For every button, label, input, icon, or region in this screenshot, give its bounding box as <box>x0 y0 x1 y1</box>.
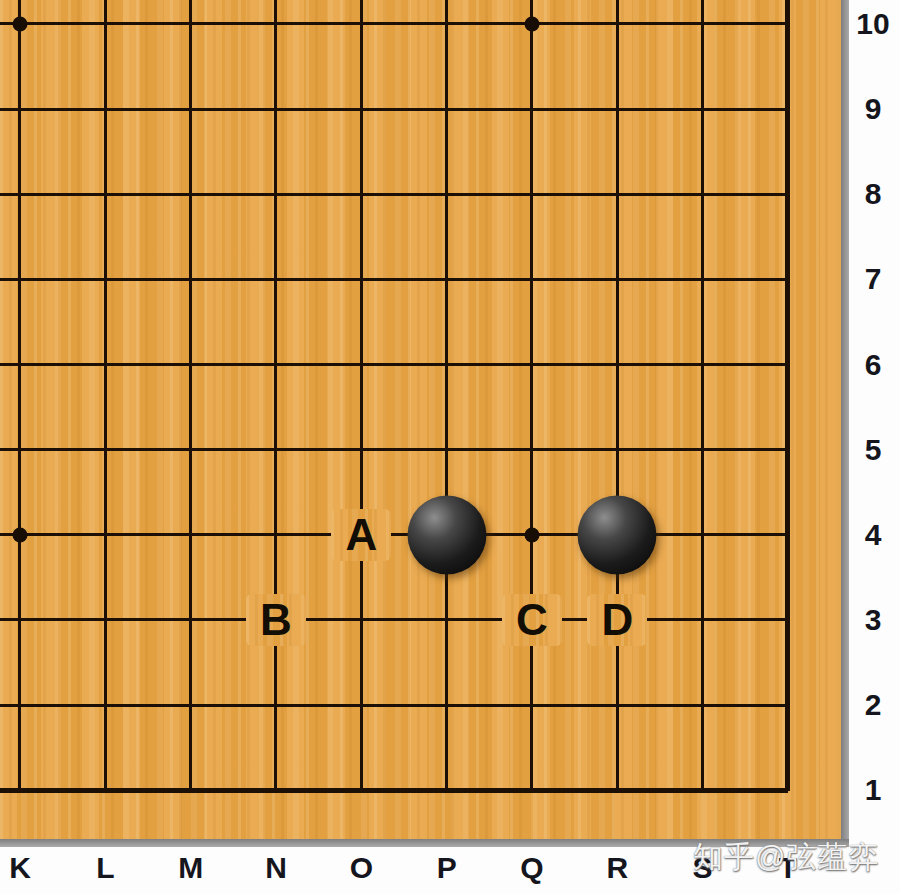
grid-line-vertical <box>785 0 790 69</box>
grid-line-horizontal <box>0 533 65 536</box>
grid-line-vertical <box>701 575 704 664</box>
grid-line-vertical <box>104 661 107 750</box>
intersection-O8 <box>319 152 404 237</box>
grid-line-vertical <box>360 746 363 791</box>
point-label-D: D <box>587 594 647 646</box>
grid-line-vertical <box>104 0 107 69</box>
grid-line-vertical <box>274 746 277 791</box>
grid-line-vertical <box>189 575 192 664</box>
star-point-K4 <box>12 527 27 542</box>
grid-line-horizontal <box>0 788 65 793</box>
grid-line-vertical <box>18 0 21 69</box>
grid-line-horizontal <box>743 193 788 196</box>
intersection-N10 <box>233 0 318 67</box>
intersection-K6 <box>0 322 63 407</box>
grid-line-vertical <box>104 320 107 409</box>
intersection-R4 <box>575 492 660 577</box>
intersection-L7 <box>63 237 148 322</box>
intersection-K1 <box>0 748 63 833</box>
intersection-P6 <box>404 322 489 407</box>
intersection-T6 <box>745 322 830 407</box>
grid-line-vertical <box>785 150 790 239</box>
grid-line-vertical <box>189 661 192 750</box>
grid-line-horizontal <box>743 788 788 793</box>
intersection-N5 <box>233 407 318 492</box>
grid-line-horizontal <box>0 108 65 111</box>
grid-line-horizontal <box>0 704 65 707</box>
point-label-C: C <box>502 594 562 646</box>
grid-line-horizontal <box>743 108 788 111</box>
grid-line-vertical <box>445 575 448 664</box>
grid-line-vertical <box>785 405 790 494</box>
grid-line-vertical <box>360 405 363 494</box>
grid-line-vertical <box>360 65 363 154</box>
intersection-R2 <box>575 663 660 748</box>
intersection-S5 <box>660 407 745 492</box>
grid-line-vertical <box>360 320 363 409</box>
grid-line-vertical <box>189 746 192 791</box>
grid-line-vertical <box>530 746 533 791</box>
grid-line-vertical <box>530 661 533 750</box>
grid-line-vertical <box>18 405 21 494</box>
grid-line-vertical <box>785 65 790 154</box>
grid-line-vertical <box>274 150 277 239</box>
grid-line-vertical <box>189 0 192 69</box>
intersection-K3 <box>0 577 63 662</box>
grid-line-vertical <box>189 65 192 154</box>
grid-line-horizontal <box>0 22 65 25</box>
intersection-K5 <box>0 407 63 492</box>
board-edge-right <box>841 0 849 847</box>
watermark: 知乎@弦蕴弈 <box>693 837 879 878</box>
grid-line-vertical <box>104 575 107 664</box>
coord-row-4: 4 <box>850 515 896 555</box>
intersection-O1 <box>319 748 404 833</box>
intersection-Q9 <box>489 67 574 152</box>
grid-line-vertical <box>445 65 448 154</box>
star-point-Q10 <box>524 16 539 31</box>
intersection-M3 <box>148 577 233 662</box>
grid-line-vertical <box>785 661 790 750</box>
point-label-B: B <box>246 594 306 646</box>
coord-col-R: R <box>595 851 639 885</box>
intersection-S4 <box>660 492 745 577</box>
intersection-R3: D <box>575 577 660 662</box>
intersection-Q3: C <box>489 577 574 662</box>
grid-line-vertical <box>104 746 107 791</box>
grid-line-vertical <box>189 235 192 324</box>
black-stone-P4 <box>407 495 486 574</box>
grid-line-vertical <box>616 405 619 494</box>
grid-line-vertical <box>104 405 107 494</box>
intersection-M4 <box>148 492 233 577</box>
intersection-R6 <box>575 322 660 407</box>
grid-line-vertical <box>616 661 619 750</box>
grid-line-vertical <box>530 405 533 494</box>
intersection-S6 <box>660 322 745 407</box>
grid-line-horizontal <box>0 278 65 281</box>
grid-line-vertical <box>785 746 790 791</box>
grid-line-vertical <box>360 0 363 69</box>
intersection-O3 <box>319 577 404 662</box>
intersection-Q7 <box>489 237 574 322</box>
go-board-diagram: ABCD KLMNOPQRST 10987654321 知乎@弦蕴弈 <box>0 0 900 894</box>
intersection-R8 <box>575 152 660 237</box>
coord-col-K: K <box>0 851 42 885</box>
grid-line-vertical <box>18 661 21 750</box>
grid-line-vertical <box>18 320 21 409</box>
grid-line-vertical <box>189 490 192 579</box>
grid-line-vertical <box>274 0 277 69</box>
grid-line-vertical <box>701 320 704 409</box>
grid-line-horizontal <box>743 363 788 366</box>
grid-line-horizontal <box>743 533 788 536</box>
grid-line-horizontal <box>0 448 65 451</box>
coord-col-Q: Q <box>510 851 554 885</box>
grid-line-vertical <box>445 0 448 69</box>
intersection-T5 <box>745 407 830 492</box>
grid-line-vertical <box>616 0 619 69</box>
star-point-Q4 <box>524 527 539 542</box>
grid-line-horizontal <box>0 193 65 196</box>
intersection-T1 <box>745 748 830 833</box>
grid-line-vertical <box>701 490 704 579</box>
grid-line-vertical <box>18 746 21 791</box>
grid-line-vertical <box>616 65 619 154</box>
grid-line-vertical <box>701 746 704 791</box>
intersection-P4 <box>404 492 489 577</box>
intersection-L10 <box>63 0 148 67</box>
intersection-M7 <box>148 237 233 322</box>
grid-line-vertical <box>360 235 363 324</box>
grid-line-vertical <box>360 661 363 750</box>
grid-line-vertical <box>445 235 448 324</box>
intersection-M5 <box>148 407 233 492</box>
intersection-T2 <box>745 663 830 748</box>
intersection-P2 <box>404 663 489 748</box>
grid-line-horizontal <box>0 363 65 366</box>
intersection-R5 <box>575 407 660 492</box>
intersection-P10 <box>404 0 489 67</box>
intersection-N8 <box>233 152 318 237</box>
intersection-K4 <box>0 492 63 577</box>
coord-row-9: 9 <box>850 89 896 129</box>
grid-line-vertical <box>274 490 277 579</box>
intersection-L5 <box>63 407 148 492</box>
intersection-S1 <box>660 748 745 833</box>
intersection-S2 <box>660 663 745 748</box>
point-label-A: A <box>331 509 391 561</box>
coord-col-N: N <box>254 851 298 885</box>
intersection-K9 <box>0 67 63 152</box>
intersection-K10 <box>0 0 63 67</box>
intersection-O9 <box>319 67 404 152</box>
intersection-O2 <box>319 663 404 748</box>
grid-line-vertical <box>274 235 277 324</box>
intersection-S9 <box>660 67 745 152</box>
grid-line-vertical <box>445 150 448 239</box>
intersection-N3: B <box>233 577 318 662</box>
intersection-L9 <box>63 67 148 152</box>
intersection-L3 <box>63 577 148 662</box>
grid-line-vertical <box>104 235 107 324</box>
intersection-K7 <box>0 237 63 322</box>
intersection-P8 <box>404 152 489 237</box>
intersection-T3 <box>745 577 830 662</box>
coord-col-L: L <box>83 851 127 885</box>
intersection-M8 <box>148 152 233 237</box>
intersection-N4 <box>233 492 318 577</box>
grid-line-vertical <box>785 490 790 579</box>
grid-line-vertical <box>104 150 107 239</box>
intersection-L1 <box>63 748 148 833</box>
coord-col-O: O <box>339 851 383 885</box>
intersection-R10 <box>575 0 660 67</box>
grid-line-vertical <box>274 405 277 494</box>
coord-col-M: M <box>169 851 213 885</box>
grid-line-vertical <box>445 320 448 409</box>
grid-line-horizontal <box>743 22 788 25</box>
grid-line-vertical <box>189 150 192 239</box>
intersection-P9 <box>404 67 489 152</box>
star-point-K10 <box>12 16 27 31</box>
grid-line-horizontal <box>743 448 788 451</box>
intersection-L6 <box>63 322 148 407</box>
grid-line-vertical <box>189 320 192 409</box>
coord-row-8: 8 <box>850 174 896 214</box>
grid-line-vertical <box>274 320 277 409</box>
grid-line-vertical <box>18 65 21 154</box>
grid-line-vertical <box>701 65 704 154</box>
grid-line-vertical <box>530 320 533 409</box>
intersection-Q10 <box>489 0 574 67</box>
grid-line-vertical <box>18 575 21 664</box>
grid-line-vertical <box>701 0 704 69</box>
coord-row-1: 1 <box>850 770 896 810</box>
grid-line-horizontal <box>743 278 788 281</box>
grid-line-vertical <box>701 661 704 750</box>
intersection-K2 <box>0 663 63 748</box>
intersection-O4: A <box>319 492 404 577</box>
intersection-Q2 <box>489 663 574 748</box>
grid-line-vertical <box>701 405 704 494</box>
grid-line-horizontal <box>743 704 788 707</box>
grid-line-vertical <box>104 490 107 579</box>
intersection-S3 <box>660 577 745 662</box>
coord-row-7: 7 <box>850 259 896 299</box>
intersection-L2 <box>63 663 148 748</box>
grid-line-horizontal <box>0 618 65 621</box>
intersection-T7 <box>745 237 830 322</box>
grid-line-vertical <box>701 235 704 324</box>
grid-line-vertical <box>785 235 790 324</box>
board-grid: ABCD <box>0 0 831 833</box>
grid-line-vertical <box>616 235 619 324</box>
intersection-O10 <box>319 0 404 67</box>
intersection-L4 <box>63 492 148 577</box>
grid-line-vertical <box>445 405 448 494</box>
intersection-T8 <box>745 152 830 237</box>
coord-row-5: 5 <box>850 430 896 470</box>
intersection-L8 <box>63 152 148 237</box>
grid-line-vertical <box>530 65 533 154</box>
intersection-O6 <box>319 322 404 407</box>
intersection-R9 <box>575 67 660 152</box>
intersection-Q5 <box>489 407 574 492</box>
intersection-S8 <box>660 152 745 237</box>
intersection-M1 <box>148 748 233 833</box>
grid-line-vertical <box>360 150 363 239</box>
grid-line-vertical <box>445 661 448 750</box>
intersection-M2 <box>148 663 233 748</box>
intersection-P5 <box>404 407 489 492</box>
intersection-Q8 <box>489 152 574 237</box>
grid-line-vertical <box>530 150 533 239</box>
intersection-Q1 <box>489 748 574 833</box>
intersection-N7 <box>233 237 318 322</box>
grid-line-vertical <box>785 320 790 409</box>
coord-col-P: P <box>425 851 469 885</box>
intersection-T9 <box>745 67 830 152</box>
coord-row-10: 10 <box>850 4 896 44</box>
intersection-N1 <box>233 748 318 833</box>
grid-line-vertical <box>785 575 790 664</box>
grid-line-vertical <box>616 150 619 239</box>
coord-row-2: 2 <box>850 685 896 725</box>
grid-line-vertical <box>18 150 21 239</box>
grid-line-vertical <box>530 0 533 69</box>
coord-row-3: 3 <box>850 600 896 640</box>
grid-line-vertical <box>616 746 619 791</box>
intersection-M6 <box>148 322 233 407</box>
intersection-O7 <box>319 237 404 322</box>
intersection-Q4 <box>489 492 574 577</box>
grid-line-vertical <box>701 150 704 239</box>
black-stone-R4 <box>578 495 657 574</box>
intersection-N6 <box>233 322 318 407</box>
intersection-S10 <box>660 0 745 67</box>
intersection-M10 <box>148 0 233 67</box>
intersection-P7 <box>404 237 489 322</box>
intersection-M9 <box>148 67 233 152</box>
grid-line-vertical <box>189 405 192 494</box>
grid-line-vertical <box>104 65 107 154</box>
intersection-T4 <box>745 492 830 577</box>
intersection-T10 <box>745 0 830 67</box>
grid-line-vertical <box>274 661 277 750</box>
grid-line-vertical <box>18 235 21 324</box>
intersection-O5 <box>319 407 404 492</box>
grid-line-vertical <box>274 65 277 154</box>
intersection-N9 <box>233 67 318 152</box>
grid-line-vertical <box>360 575 363 664</box>
grid-line-vertical <box>616 320 619 409</box>
intersection-P3 <box>404 577 489 662</box>
intersection-S7 <box>660 237 745 322</box>
grid-line-horizontal <box>743 618 788 621</box>
coord-row-6: 6 <box>850 345 896 385</box>
grid-line-vertical <box>530 235 533 324</box>
intersection-R1 <box>575 748 660 833</box>
intersection-K8 <box>0 152 63 237</box>
intersection-P1 <box>404 748 489 833</box>
intersection-R7 <box>575 237 660 322</box>
intersection-N2 <box>233 663 318 748</box>
intersection-Q6 <box>489 322 574 407</box>
grid-line-vertical <box>445 746 448 791</box>
